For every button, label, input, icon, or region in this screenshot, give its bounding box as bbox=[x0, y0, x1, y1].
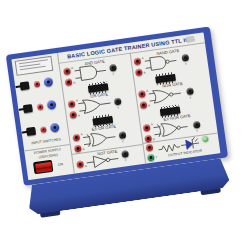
front-panel: BASIC LOGIC GATE TRAINER USING TTL IC'S … bbox=[11, 32, 220, 180]
or-output-letter: Y bbox=[117, 106, 120, 110]
not-gate-symbol bbox=[85, 149, 121, 172]
nor-output-post[interactable] bbox=[186, 87, 194, 95]
power-rocker-switch[interactable] bbox=[33, 160, 53, 175]
not-output-letter: Y bbox=[124, 158, 127, 162]
maker-logo-box bbox=[15, 56, 54, 76]
and-input-a-post[interactable] bbox=[63, 67, 71, 75]
exor-gate-symbol bbox=[82, 127, 118, 150]
not-input-a-post[interactable] bbox=[76, 160, 84, 168]
or-gate-symbol bbox=[77, 94, 113, 117]
nand-gate-symbol bbox=[143, 51, 179, 74]
brand-mark bbox=[186, 36, 195, 43]
exor-output-post[interactable] bbox=[119, 131, 127, 139]
output-indicator-input-post[interactable] bbox=[146, 144, 154, 152]
and-input-b-post[interactable] bbox=[65, 78, 73, 86]
or-input-b-post[interactable] bbox=[69, 111, 77, 119]
led-lamp bbox=[202, 136, 209, 143]
nor-gate-symbol bbox=[148, 84, 184, 107]
or-input-a-post[interactable] bbox=[68, 100, 76, 108]
binding-post-red[interactable] bbox=[37, 103, 44, 110]
binding-post-blue[interactable] bbox=[43, 77, 53, 87]
logic-gate-trainer-device: BASIC LOGIC GATE TRAINER USING TTL IC'S … bbox=[6, 26, 233, 215]
exor-input-a-post[interactable] bbox=[72, 134, 80, 142]
binding-post-red[interactable] bbox=[40, 126, 47, 133]
and-output-letter: Y bbox=[112, 72, 115, 76]
exor-input-b-post[interactable] bbox=[74, 145, 82, 153]
power-on-label: ON bbox=[54, 162, 66, 168]
input-toggle-switch-3[interactable] bbox=[26, 127, 36, 136]
binding-post-red[interactable] bbox=[34, 81, 41, 88]
nand-output-post[interactable] bbox=[181, 54, 189, 62]
nand-input-a-post[interactable] bbox=[133, 57, 141, 65]
binding-post-blue[interactable] bbox=[50, 122, 60, 132]
screenshot: BASIC LOGIC GATE TRAINER USING TTL IC'S … bbox=[0, 0, 250, 250]
input-toggle-switch-1[interactable] bbox=[20, 81, 30, 90]
nor-input-b-post[interactable] bbox=[140, 101, 148, 109]
not-output-post[interactable] bbox=[121, 150, 129, 158]
nand-input-b-post[interactable] bbox=[135, 68, 143, 76]
exnor-output-letter: Y bbox=[196, 129, 199, 133]
and-output-post[interactable] bbox=[109, 64, 117, 72]
nor-output-letter: Y bbox=[189, 96, 192, 100]
or-output-post[interactable] bbox=[114, 98, 122, 106]
nand-output-letter: Y bbox=[184, 62, 187, 66]
exnor-input-a-post[interactable] bbox=[143, 124, 151, 132]
exor-output-letter: Y bbox=[122, 140, 125, 144]
binding-post-blue[interactable] bbox=[46, 100, 56, 110]
nor-input-a-post[interactable] bbox=[138, 90, 146, 98]
and-gate-symbol bbox=[73, 61, 109, 84]
input-toggle-switch-2[interactable] bbox=[23, 104, 33, 113]
exnor-output-post[interactable] bbox=[193, 121, 201, 129]
